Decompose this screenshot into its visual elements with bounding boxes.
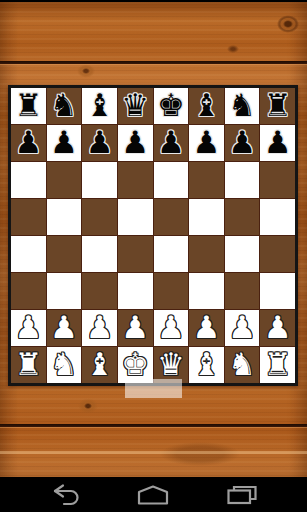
square-e8[interactable]: ♚: [154, 88, 189, 124]
square-c6[interactable]: [82, 162, 117, 198]
bottom-center-highlight: [125, 379, 182, 398]
square-f7[interactable]: ♟: [189, 125, 224, 161]
square-g4[interactable]: [225, 236, 260, 272]
square-g7[interactable]: ♟: [225, 125, 260, 161]
square-d1[interactable]: ♚: [118, 347, 153, 383]
square-h2[interactable]: ♟: [260, 310, 295, 346]
piece-wp: ♟: [157, 312, 185, 343]
square-h5[interactable]: [260, 199, 295, 235]
square-g8[interactable]: ♞: [225, 88, 260, 124]
square-f5[interactable]: [189, 199, 224, 235]
square-g6[interactable]: [225, 162, 260, 198]
square-d4[interactable]: [118, 236, 153, 272]
square-c5[interactable]: [82, 199, 117, 235]
square-b3[interactable]: [47, 273, 82, 309]
square-f6[interactable]: [189, 162, 224, 198]
piece-bp: ♟: [228, 127, 256, 158]
piece-bp: ♟: [193, 127, 221, 158]
piece-wq: ♛: [157, 349, 185, 380]
piece-bb: ♝: [86, 90, 114, 121]
piece-bp: ♟: [157, 127, 185, 158]
piece-bp: ♟: [86, 127, 114, 158]
square-f2[interactable]: ♟: [189, 310, 224, 346]
square-e5[interactable]: [154, 199, 189, 235]
square-b4[interactable]: [47, 236, 82, 272]
chess-board: ♜♞♝♛♚♝♞♜♟♟♟♟♟♟♟♟♟♟♟♟♟♟♟♟♜♞♝♚♛♝♞♜: [8, 85, 298, 386]
square-b2[interactable]: ♟: [47, 310, 82, 346]
square-b5[interactable]: [47, 199, 82, 235]
square-h7[interactable]: ♟: [260, 125, 295, 161]
square-h1[interactable]: ♜: [260, 347, 295, 383]
square-e4[interactable]: [154, 236, 189, 272]
square-e6[interactable]: [154, 162, 189, 198]
square-f4[interactable]: [189, 236, 224, 272]
recents-icon: [227, 485, 257, 505]
piece-bb: ♝: [193, 90, 221, 121]
piece-wb: ♝: [193, 349, 221, 380]
square-e1[interactable]: ♛: [154, 347, 189, 383]
square-b1[interactable]: ♞: [47, 347, 82, 383]
square-b6[interactable]: [47, 162, 82, 198]
square-d8[interactable]: ♛: [118, 88, 153, 124]
square-d5[interactable]: [118, 199, 153, 235]
plank-seam: [0, 424, 307, 427]
piece-wp: ♟: [264, 312, 292, 343]
piece-bp: ♟: [50, 127, 78, 158]
piece-bp: ♟: [14, 127, 42, 158]
square-d7[interactable]: ♟: [118, 125, 153, 161]
square-b8[interactable]: ♞: [47, 88, 82, 124]
square-e7[interactable]: ♟: [154, 125, 189, 161]
square-h8[interactable]: ♜: [260, 88, 295, 124]
piece-wp: ♟: [193, 312, 221, 343]
square-b7[interactable]: ♟: [47, 125, 82, 161]
chess-board-grid: ♜♞♝♛♚♝♞♜♟♟♟♟♟♟♟♟♟♟♟♟♟♟♟♟♜♞♝♚♛♝♞♜: [11, 88, 295, 383]
square-a6[interactable]: [11, 162, 46, 198]
piece-bq: ♛: [121, 90, 149, 121]
screen: ♜♞♝♛♚♝♞♜♟♟♟♟♟♟♟♟♟♟♟♟♟♟♟♟♜♞♝♚♛♝♞♜: [0, 0, 307, 512]
piece-wr: ♜: [264, 349, 292, 380]
square-g5[interactable]: [225, 199, 260, 235]
piece-wk: ♚: [121, 349, 149, 380]
square-e2[interactable]: ♟: [154, 310, 189, 346]
square-a4[interactable]: [11, 236, 46, 272]
plank-grain-streak: [0, 451, 307, 454]
home-button[interactable]: [131, 477, 175, 512]
piece-br: ♜: [264, 90, 292, 121]
square-h4[interactable]: [260, 236, 295, 272]
status-bar-edge: [0, 0, 307, 2]
square-d3[interactable]: [118, 273, 153, 309]
piece-wn: ♞: [228, 349, 256, 380]
recents-button[interactable]: [220, 477, 264, 512]
piece-wp: ♟: [121, 312, 149, 343]
square-c7[interactable]: ♟: [82, 125, 117, 161]
square-f3[interactable]: [189, 273, 224, 309]
piece-wb: ♝: [86, 349, 114, 380]
piece-wr: ♜: [14, 349, 42, 380]
square-d2[interactable]: ♟: [118, 310, 153, 346]
square-g3[interactable]: [225, 273, 260, 309]
piece-bp: ♟: [264, 127, 292, 158]
back-button[interactable]: [44, 477, 88, 512]
navigation-bar: [0, 477, 307, 512]
piece-bp: ♟: [121, 127, 149, 158]
piece-bn: ♞: [50, 90, 78, 121]
back-icon: [51, 483, 81, 507]
square-c1[interactable]: ♝: [82, 347, 117, 383]
home-icon: [137, 485, 169, 505]
piece-wn: ♞: [50, 349, 78, 380]
piece-wp: ♟: [14, 312, 42, 343]
square-a2[interactable]: ♟: [11, 310, 46, 346]
square-h3[interactable]: [260, 273, 295, 309]
piece-bn: ♞: [228, 90, 256, 121]
piece-wp: ♟: [50, 312, 78, 343]
square-a5[interactable]: [11, 199, 46, 235]
square-c4[interactable]: [82, 236, 117, 272]
square-c8[interactable]: ♝: [82, 88, 117, 124]
square-a3[interactable]: [11, 273, 46, 309]
square-c2[interactable]: ♟: [82, 310, 117, 346]
piece-bk: ♚: [157, 90, 185, 121]
square-g1[interactable]: ♞: [225, 347, 260, 383]
square-d6[interactable]: [118, 162, 153, 198]
plank-seam: [0, 61, 307, 64]
square-a7[interactable]: ♟: [11, 125, 46, 161]
square-f1[interactable]: ♝: [189, 347, 224, 383]
square-g2[interactable]: ♟: [225, 310, 260, 346]
square-f8[interactable]: ♝: [189, 88, 224, 124]
square-c3[interactable]: [82, 273, 117, 309]
square-a8[interactable]: ♜: [11, 88, 46, 124]
square-a1[interactable]: ♜: [11, 347, 46, 383]
piece-br: ♜: [14, 90, 42, 121]
square-h6[interactable]: [260, 162, 295, 198]
piece-wp: ♟: [228, 312, 256, 343]
piece-wp: ♟: [86, 312, 114, 343]
square-e3[interactable]: [154, 273, 189, 309]
